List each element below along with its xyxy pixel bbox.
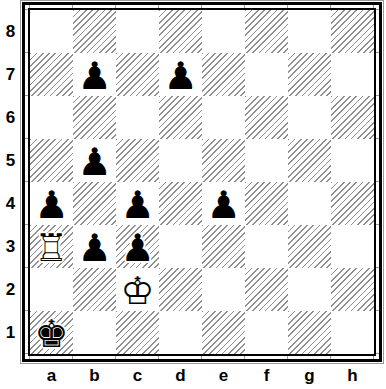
square-a1[interactable]: ♚	[30, 311, 73, 354]
piece-black-pawn[interactable]: ♟	[116, 183, 159, 226]
file-label-b: b	[73, 363, 116, 389]
rank-label-2: 2	[0, 268, 21, 311]
square-b4[interactable]	[73, 182, 116, 225]
square-e5[interactable]	[202, 139, 245, 182]
king-outline: ♔	[116, 269, 159, 312]
file-label-h: h	[331, 363, 374, 389]
square-e1[interactable]	[202, 311, 245, 354]
pawn-glyph: ♟	[116, 226, 159, 269]
square-c6[interactable]	[116, 96, 159, 139]
piece-black-king[interactable]: ♚	[30, 312, 73, 355]
square-c2[interactable]: ♚♔	[116, 268, 159, 311]
piece-black-pawn[interactable]: ♟	[30, 183, 73, 226]
square-f3[interactable]	[245, 225, 288, 268]
square-e2[interactable]	[202, 268, 245, 311]
square-a6[interactable]	[30, 96, 73, 139]
square-h3[interactable]	[331, 225, 374, 268]
square-e3[interactable]	[202, 225, 245, 268]
pawn-glyph: ♟	[73, 54, 116, 97]
piece-white-rook[interactable]: ♜♖	[30, 226, 73, 269]
square-g7[interactable]	[288, 53, 331, 96]
chess-diagram: 87654321 ♟♟♟♟♟♟♜♖♟♟♚♔♚ abcdefgh	[0, 0, 386, 389]
square-d6[interactable]	[159, 96, 202, 139]
square-f8[interactable]	[245, 10, 288, 53]
rook-outline: ♖	[30, 226, 73, 269]
square-d1[interactable]	[159, 311, 202, 354]
piece-black-pawn[interactable]: ♟	[116, 226, 159, 269]
square-g4[interactable]	[288, 182, 331, 225]
rank-label-6: 6	[0, 96, 21, 139]
square-f7[interactable]	[245, 53, 288, 96]
pawn-glyph: ♟	[116, 183, 159, 226]
square-b2[interactable]	[73, 268, 116, 311]
piece-black-pawn[interactable]: ♟	[73, 140, 116, 183]
file-label-a: a	[30, 363, 73, 389]
king-glyph: ♚	[30, 312, 73, 355]
square-c5[interactable]	[116, 139, 159, 182]
square-h4[interactable]	[331, 182, 374, 225]
square-h2[interactable]	[331, 268, 374, 311]
square-d2[interactable]	[159, 268, 202, 311]
pawn-glyph: ♟	[30, 183, 73, 226]
square-d7[interactable]: ♟	[159, 53, 202, 96]
piece-black-pawn[interactable]: ♟	[202, 183, 245, 226]
square-c4[interactable]: ♟	[116, 182, 159, 225]
file-label-c: c	[116, 363, 159, 389]
square-g5[interactable]	[288, 139, 331, 182]
chess-board: ♟♟♟♟♟♟♜♖♟♟♚♔♚	[30, 10, 374, 354]
board-frame: ♟♟♟♟♟♟♜♖♟♟♚♔♚	[22, 2, 382, 362]
rank-label-7: 7	[0, 53, 21, 96]
square-a5[interactable]	[30, 139, 73, 182]
square-a4[interactable]: ♟	[30, 182, 73, 225]
square-e6[interactable]	[202, 96, 245, 139]
file-label-f: f	[245, 363, 288, 389]
square-g2[interactable]	[288, 268, 331, 311]
square-h6[interactable]	[331, 96, 374, 139]
square-f5[interactable]	[245, 139, 288, 182]
pawn-glyph: ♟	[202, 183, 245, 226]
piece-white-king[interactable]: ♚♔	[116, 269, 159, 312]
square-h7[interactable]	[331, 53, 374, 96]
square-g8[interactable]	[288, 10, 331, 53]
rank-label-3: 3	[0, 225, 21, 268]
square-a2[interactable]	[30, 268, 73, 311]
file-label-e: e	[202, 363, 245, 389]
pawn-glyph: ♟	[73, 226, 116, 269]
square-b1[interactable]	[73, 311, 116, 354]
square-c3[interactable]: ♟	[116, 225, 159, 268]
square-b7[interactable]: ♟	[73, 53, 116, 96]
square-d8[interactable]	[159, 10, 202, 53]
square-c8[interactable]	[116, 10, 159, 53]
square-a8[interactable]	[30, 10, 73, 53]
square-h8[interactable]	[331, 10, 374, 53]
square-c1[interactable]	[116, 311, 159, 354]
square-g6[interactable]	[288, 96, 331, 139]
square-f1[interactable]	[245, 311, 288, 354]
square-d4[interactable]	[159, 182, 202, 225]
rank-label-1: 1	[0, 311, 21, 354]
file-label-d: d	[159, 363, 202, 389]
rank-label-4: 4	[0, 182, 21, 225]
square-b3[interactable]: ♟	[73, 225, 116, 268]
square-f6[interactable]	[245, 96, 288, 139]
piece-black-pawn[interactable]: ♟	[73, 54, 116, 97]
square-g3[interactable]	[288, 225, 331, 268]
square-a7[interactable]	[30, 53, 73, 96]
rank-label-5: 5	[0, 139, 21, 182]
square-e8[interactable]	[202, 10, 245, 53]
piece-black-pawn[interactable]: ♟	[73, 226, 116, 269]
piece-black-pawn[interactable]: ♟	[159, 54, 202, 97]
file-labels: abcdefgh	[30, 363, 374, 389]
square-h5[interactable]	[331, 139, 374, 182]
square-c7[interactable]	[116, 53, 159, 96]
square-d5[interactable]	[159, 139, 202, 182]
board-border: ♟♟♟♟♟♟♜♖♟♟♚♔♚	[28, 8, 376, 356]
square-d3[interactable]	[159, 225, 202, 268]
file-label-g: g	[288, 363, 331, 389]
rank-labels: 87654321	[0, 10, 21, 354]
square-h1[interactable]	[331, 311, 374, 354]
square-e7[interactable]	[202, 53, 245, 96]
square-b5[interactable]: ♟	[73, 139, 116, 182]
square-f4[interactable]	[245, 182, 288, 225]
square-g1[interactable]	[288, 311, 331, 354]
square-b8[interactable]	[73, 10, 116, 53]
pawn-glyph: ♟	[159, 54, 202, 97]
square-e4[interactable]: ♟	[202, 182, 245, 225]
rank-label-8: 8	[0, 10, 21, 53]
pawn-glyph: ♟	[73, 140, 116, 183]
square-f2[interactable]	[245, 268, 288, 311]
square-a3[interactable]: ♜♖	[30, 225, 73, 268]
square-b6[interactable]	[73, 96, 116, 139]
